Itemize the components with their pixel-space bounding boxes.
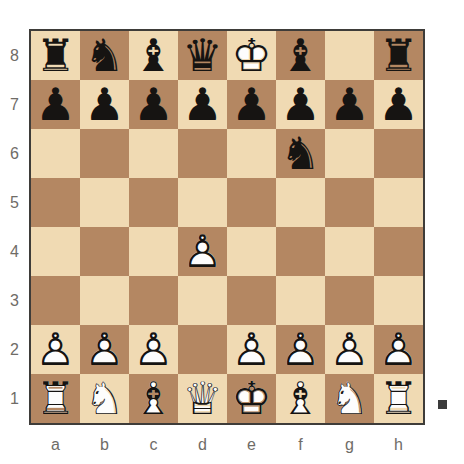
piece-white-pawn-fill: ♟ bbox=[276, 325, 325, 374]
rank-label-3: 3 bbox=[0, 276, 29, 325]
square-c5[interactable] bbox=[129, 178, 178, 227]
rank-label-4: 4 bbox=[0, 227, 29, 276]
square-b1[interactable]: ♞♘ bbox=[80, 374, 129, 423]
square-f3[interactable] bbox=[276, 276, 325, 325]
piece-white-king: ♔ bbox=[227, 374, 276, 423]
chess-board: ♜♞♝♛♚♔♝♜♟♟♟♟♟♟♟♟♞♟♙♟♙♟♙♟♙♟♙♟♙♟♙♟♙♜♖♞♘♝♗♛… bbox=[31, 31, 423, 423]
piece-black-pawn: ♟ bbox=[325, 80, 374, 129]
piece-black-pawn: ♟ bbox=[178, 80, 227, 129]
rank-label-2: 2 bbox=[0, 325, 29, 374]
square-h1[interactable]: ♜♖ bbox=[374, 374, 423, 423]
square-c1[interactable]: ♝♗ bbox=[129, 374, 178, 423]
piece-black-knight: ♞ bbox=[276, 129, 325, 178]
square-c7[interactable]: ♟ bbox=[129, 80, 178, 129]
piece-white-king: ♔ bbox=[227, 31, 276, 80]
piece-white-rook: ♖ bbox=[374, 374, 423, 423]
piece-black-rook: ♜ bbox=[374, 31, 423, 80]
rank-label-1: 1 bbox=[0, 374, 29, 423]
piece-white-queen-fill: ♛ bbox=[178, 374, 227, 423]
square-c6[interactable] bbox=[129, 129, 178, 178]
square-a5[interactable] bbox=[31, 178, 80, 227]
square-f2[interactable]: ♟♙ bbox=[276, 325, 325, 374]
square-d6[interactable] bbox=[178, 129, 227, 178]
piece-white-rook: ♖ bbox=[31, 374, 80, 423]
piece-white-bishop: ♗ bbox=[129, 374, 178, 423]
square-g6[interactable] bbox=[325, 129, 374, 178]
piece-white-pawn-fill: ♟ bbox=[374, 325, 423, 374]
piece-white-king-fill: ♚ bbox=[227, 374, 276, 423]
square-e6[interactable] bbox=[227, 129, 276, 178]
piece-black-queen: ♛ bbox=[178, 31, 227, 80]
square-e7[interactable]: ♟ bbox=[227, 80, 276, 129]
piece-white-pawn: ♙ bbox=[178, 227, 227, 276]
piece-white-knight-fill: ♞ bbox=[325, 374, 374, 423]
square-g5[interactable] bbox=[325, 178, 374, 227]
piece-black-bishop: ♝ bbox=[129, 31, 178, 80]
piece-black-pawn: ♟ bbox=[374, 80, 423, 129]
square-c4[interactable] bbox=[129, 227, 178, 276]
file-label-g: g bbox=[325, 427, 374, 463]
square-b7[interactable]: ♟ bbox=[80, 80, 129, 129]
piece-white-knight-fill: ♞ bbox=[80, 374, 129, 423]
file-label-d: d bbox=[178, 427, 227, 463]
square-b3[interactable] bbox=[80, 276, 129, 325]
square-b5[interactable] bbox=[80, 178, 129, 227]
square-f5[interactable] bbox=[276, 178, 325, 227]
piece-black-pawn: ♟ bbox=[227, 80, 276, 129]
square-h6[interactable] bbox=[374, 129, 423, 178]
square-f4[interactable] bbox=[276, 227, 325, 276]
square-h4[interactable] bbox=[374, 227, 423, 276]
board-frame: ♜♞♝♛♚♔♝♜♟♟♟♟♟♟♟♟♞♟♙♟♙♟♙♟♙♟♙♟♙♟♙♟♙♜♖♞♘♝♗♛… bbox=[29, 29, 425, 425]
file-label-e: e bbox=[227, 427, 276, 463]
square-e2[interactable]: ♟♙ bbox=[227, 325, 276, 374]
move-indicator bbox=[438, 400, 447, 409]
file-label-f: f bbox=[276, 427, 325, 463]
square-d1[interactable]: ♛♕ bbox=[178, 374, 227, 423]
square-d7[interactable]: ♟ bbox=[178, 80, 227, 129]
square-f8[interactable]: ♝ bbox=[276, 31, 325, 80]
square-c2[interactable]: ♟♙ bbox=[129, 325, 178, 374]
piece-white-pawn: ♙ bbox=[276, 325, 325, 374]
square-h3[interactable] bbox=[374, 276, 423, 325]
piece-black-pawn: ♟ bbox=[129, 80, 178, 129]
square-d8[interactable]: ♛ bbox=[178, 31, 227, 80]
square-h7[interactable]: ♟ bbox=[374, 80, 423, 129]
piece-white-rook-fill: ♜ bbox=[31, 374, 80, 423]
piece-white-bishop-fill: ♝ bbox=[276, 374, 325, 423]
square-g2[interactable]: ♟♙ bbox=[325, 325, 374, 374]
square-d5[interactable] bbox=[178, 178, 227, 227]
square-h5[interactable] bbox=[374, 178, 423, 227]
chess-app: 87654321 ♜♞♝♛♚♔♝♜♟♟♟♟♟♟♟♟♞♟♙♟♙♟♙♟♙♟♙♟♙♟♙… bbox=[0, 0, 464, 464]
square-a7[interactable]: ♟ bbox=[31, 80, 80, 129]
square-a1[interactable]: ♜♖ bbox=[31, 374, 80, 423]
square-c8[interactable]: ♝ bbox=[129, 31, 178, 80]
square-d4[interactable]: ♟♙ bbox=[178, 227, 227, 276]
square-a4[interactable] bbox=[31, 227, 80, 276]
piece-white-knight: ♘ bbox=[80, 374, 129, 423]
square-g3[interactable] bbox=[325, 276, 374, 325]
square-e3[interactable] bbox=[227, 276, 276, 325]
piece-white-bishop-fill: ♝ bbox=[129, 374, 178, 423]
square-h2[interactable]: ♟♙ bbox=[374, 325, 423, 374]
piece-white-pawn-fill: ♟ bbox=[227, 325, 276, 374]
file-label-b: b bbox=[80, 427, 129, 463]
square-g1[interactable]: ♞♘ bbox=[325, 374, 374, 423]
piece-white-pawn: ♙ bbox=[80, 325, 129, 374]
rank-label-7: 7 bbox=[0, 80, 29, 129]
piece-white-pawn: ♙ bbox=[31, 325, 80, 374]
piece-black-pawn: ♟ bbox=[80, 80, 129, 129]
piece-white-queen: ♕ bbox=[178, 374, 227, 423]
piece-black-bishop: ♝ bbox=[276, 31, 325, 80]
square-b2[interactable]: ♟♙ bbox=[80, 325, 129, 374]
piece-black-pawn: ♟ bbox=[276, 80, 325, 129]
rank-label-5: 5 bbox=[0, 178, 29, 227]
piece-white-pawn-fill: ♟ bbox=[129, 325, 178, 374]
square-d3[interactable] bbox=[178, 276, 227, 325]
file-label-c: c bbox=[129, 427, 178, 463]
piece-white-pawn-fill: ♟ bbox=[31, 325, 80, 374]
piece-black-rook: ♜ bbox=[31, 31, 80, 80]
piece-white-bishop: ♗ bbox=[276, 374, 325, 423]
file-labels: abcdefgh bbox=[31, 427, 423, 463]
square-a8[interactable]: ♜ bbox=[31, 31, 80, 80]
piece-white-knight: ♘ bbox=[325, 374, 374, 423]
piece-white-pawn: ♙ bbox=[325, 325, 374, 374]
rank-label-6: 6 bbox=[0, 129, 29, 178]
file-label-a: a bbox=[31, 427, 80, 463]
square-a2[interactable]: ♟♙ bbox=[31, 325, 80, 374]
rank-label-8: 8 bbox=[0, 31, 29, 80]
piece-white-pawn-fill: ♟ bbox=[178, 227, 227, 276]
square-e1[interactable]: ♚♔ bbox=[227, 374, 276, 423]
file-label-h: h bbox=[374, 427, 423, 463]
square-g7[interactable]: ♟ bbox=[325, 80, 374, 129]
piece-white-rook-fill: ♜ bbox=[374, 374, 423, 423]
piece-white-pawn: ♙ bbox=[227, 325, 276, 374]
square-e8[interactable]: ♚♔ bbox=[227, 31, 276, 80]
piece-white-pawn-fill: ♟ bbox=[80, 325, 129, 374]
piece-black-pawn: ♟ bbox=[31, 80, 80, 129]
square-c3[interactable] bbox=[129, 276, 178, 325]
square-f1[interactable]: ♝♗ bbox=[276, 374, 325, 423]
piece-white-pawn: ♙ bbox=[129, 325, 178, 374]
square-b6[interactable] bbox=[80, 129, 129, 178]
rank-labels: 87654321 bbox=[0, 31, 29, 423]
square-f6[interactable]: ♞ bbox=[276, 129, 325, 178]
square-f7[interactable]: ♟ bbox=[276, 80, 325, 129]
square-h8[interactable]: ♜ bbox=[374, 31, 423, 80]
square-a6[interactable] bbox=[31, 129, 80, 178]
square-g4[interactable] bbox=[325, 227, 374, 276]
piece-white-pawn: ♙ bbox=[374, 325, 423, 374]
square-e5[interactable] bbox=[227, 178, 276, 227]
square-d2[interactable] bbox=[178, 325, 227, 374]
square-b4[interactable] bbox=[80, 227, 129, 276]
piece-white-pawn-fill: ♟ bbox=[325, 325, 374, 374]
piece-white-king-fill: ♚ bbox=[227, 31, 276, 80]
square-b8[interactable]: ♞ bbox=[80, 31, 129, 80]
square-a3[interactable] bbox=[31, 276, 80, 325]
square-g8[interactable] bbox=[325, 31, 374, 80]
square-e4[interactable] bbox=[227, 227, 276, 276]
piece-black-knight: ♞ bbox=[80, 31, 129, 80]
